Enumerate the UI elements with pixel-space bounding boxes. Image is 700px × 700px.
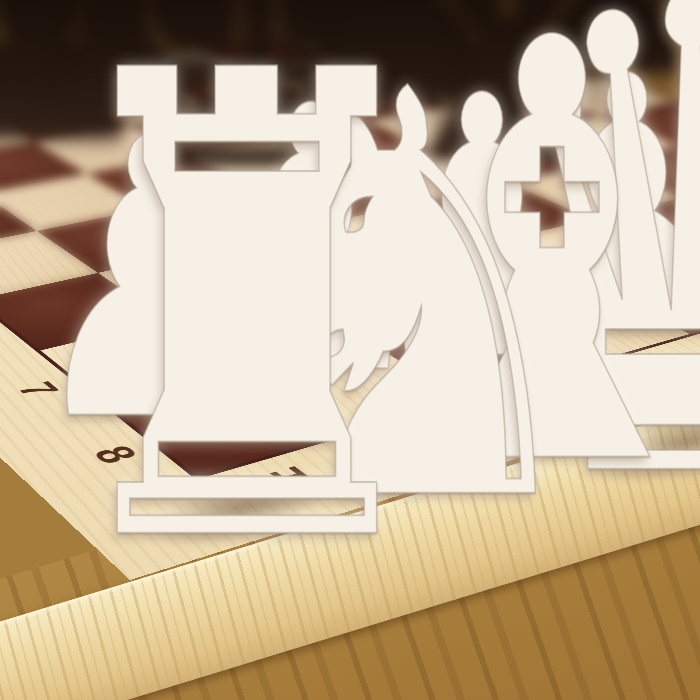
white-rook-h8[interactable]: ♜ [40, 0, 453, 631]
chess-photo-scene: 12345678 HGFEDCBA ♟♝♚♟♝♟ ♟♟♟♟♛♝♞♜ [0, 0, 700, 700]
